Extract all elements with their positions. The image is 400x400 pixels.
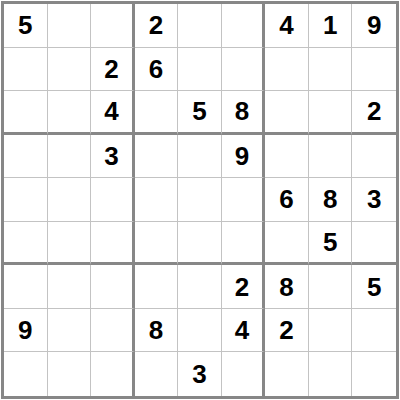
- sudoku-cell[interactable]: [4, 135, 48, 179]
- sudoku-cell[interactable]: [222, 4, 266, 48]
- sudoku-cell[interactable]: 2: [222, 265, 266, 309]
- sudoku-cell[interactable]: 8: [135, 309, 179, 353]
- sudoku-cell[interactable]: 3: [352, 178, 396, 222]
- sudoku-cell[interactable]: [135, 91, 179, 135]
- sudoku-cell[interactable]: 6: [135, 48, 179, 92]
- sudoku-cell[interactable]: [4, 222, 48, 266]
- sudoku-cell[interactable]: 5: [178, 91, 222, 135]
- sudoku-cell[interactable]: 1: [309, 4, 353, 48]
- sudoku-cell[interactable]: 8: [309, 178, 353, 222]
- sudoku-cell[interactable]: 9: [4, 309, 48, 353]
- sudoku-cell[interactable]: [91, 352, 135, 396]
- sudoku-cell[interactable]: [91, 222, 135, 266]
- sudoku-cell[interactable]: [265, 222, 309, 266]
- sudoku-cell[interactable]: [309, 48, 353, 92]
- sudoku-cell[interactable]: [4, 352, 48, 396]
- sudoku-cell[interactable]: 2: [135, 4, 179, 48]
- sudoku-cell[interactable]: [4, 178, 48, 222]
- sudoku-cell[interactable]: [4, 265, 48, 309]
- sudoku-cell[interactable]: [48, 135, 92, 179]
- sudoku-cell[interactable]: [48, 178, 92, 222]
- sudoku-board: 5241926458239683528598423: [1, 1, 399, 399]
- sudoku-cell[interactable]: [48, 265, 92, 309]
- sudoku-cell[interactable]: [309, 309, 353, 353]
- sudoku-cell[interactable]: [309, 352, 353, 396]
- sudoku-cell[interactable]: [222, 222, 266, 266]
- sudoku-cell[interactable]: [178, 4, 222, 48]
- sudoku-cell[interactable]: 3: [178, 352, 222, 396]
- sudoku-cell[interactable]: [48, 91, 92, 135]
- sudoku-cell[interactable]: 8: [222, 91, 266, 135]
- sudoku-cell[interactable]: 8: [265, 265, 309, 309]
- sudoku-cell[interactable]: [178, 135, 222, 179]
- sudoku-cell[interactable]: [91, 265, 135, 309]
- sudoku-cell[interactable]: [265, 135, 309, 179]
- sudoku-cell[interactable]: [222, 48, 266, 92]
- sudoku-cell[interactable]: [352, 309, 396, 353]
- sudoku-cell[interactable]: [135, 222, 179, 266]
- sudoku-cell[interactable]: [91, 178, 135, 222]
- sudoku-cell[interactable]: [48, 4, 92, 48]
- sudoku-cell[interactable]: [222, 178, 266, 222]
- sudoku-cell[interactable]: [178, 48, 222, 92]
- sudoku-cell[interactable]: [352, 352, 396, 396]
- sudoku-cell[interactable]: [265, 91, 309, 135]
- sudoku-cell[interactable]: [309, 135, 353, 179]
- sudoku-cell[interactable]: 3: [91, 135, 135, 179]
- sudoku-cell[interactable]: [178, 265, 222, 309]
- sudoku-cell[interactable]: [91, 309, 135, 353]
- sudoku-cell[interactable]: 4: [222, 309, 266, 353]
- sudoku-cell[interactable]: [135, 352, 179, 396]
- sudoku-cell[interactable]: 5: [309, 222, 353, 266]
- sudoku-cell[interactable]: 9: [222, 135, 266, 179]
- sudoku-cell[interactable]: [309, 91, 353, 135]
- sudoku-cell[interactable]: [178, 222, 222, 266]
- sudoku-cell[interactable]: [352, 135, 396, 179]
- sudoku-cell[interactable]: 9: [352, 4, 396, 48]
- sudoku-cell[interactable]: [265, 352, 309, 396]
- sudoku-cell[interactable]: [135, 178, 179, 222]
- sudoku-cell[interactable]: [178, 309, 222, 353]
- sudoku-cell[interactable]: [4, 48, 48, 92]
- sudoku-cell[interactable]: 2: [352, 91, 396, 135]
- sudoku-cell[interactable]: [48, 352, 92, 396]
- sudoku-cell[interactable]: 2: [265, 309, 309, 353]
- sudoku-cell[interactable]: [48, 222, 92, 266]
- sudoku-cell[interactable]: [135, 135, 179, 179]
- sudoku-cell[interactable]: [135, 265, 179, 309]
- sudoku-cell[interactable]: [222, 352, 266, 396]
- sudoku-cell[interactable]: [178, 178, 222, 222]
- sudoku-cell[interactable]: [352, 48, 396, 92]
- sudoku-cell[interactable]: [48, 48, 92, 92]
- sudoku-cell[interactable]: 4: [265, 4, 309, 48]
- sudoku-cell[interactable]: [265, 48, 309, 92]
- sudoku-cell[interactable]: [91, 4, 135, 48]
- sudoku-cell[interactable]: [48, 309, 92, 353]
- sudoku-cell[interactable]: 2: [91, 48, 135, 92]
- sudoku-cell[interactable]: [4, 91, 48, 135]
- sudoku-cell[interactable]: 5: [352, 265, 396, 309]
- sudoku-cell[interactable]: [352, 222, 396, 266]
- sudoku-cell[interactable]: 5: [4, 4, 48, 48]
- sudoku-cell[interactable]: 6: [265, 178, 309, 222]
- sudoku-cell[interactable]: 4: [91, 91, 135, 135]
- sudoku-cell[interactable]: [309, 265, 353, 309]
